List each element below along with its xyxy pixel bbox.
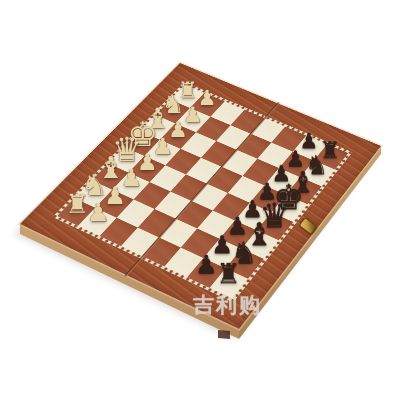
product-photo[interactable]: ♜♟♞♟♝♟♚♟♟♜♛♟♟♞♝♟♟♝♞♟♟♚♜♟♟♛♟♝♟♞♟♜ 吉利购 [0, 0, 400, 400]
chess-board [20, 63, 381, 329]
watermark-text: 吉利购 [193, 291, 262, 319]
